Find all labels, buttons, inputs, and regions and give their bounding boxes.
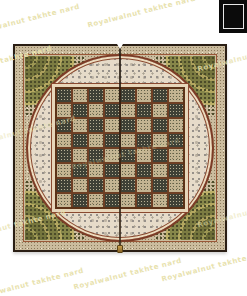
square-a2: [57, 179, 71, 192]
square-e2: [121, 179, 135, 192]
square-a6: [57, 119, 71, 132]
square-d6: [105, 119, 119, 132]
square-f7: [137, 104, 151, 117]
square-c8: [89, 89, 103, 102]
square-c2: [89, 179, 103, 192]
square-b2: [73, 179, 87, 192]
square-a1: [57, 194, 71, 207]
square-e4: [121, 149, 135, 162]
square-g4: [153, 149, 167, 162]
square-c6: [89, 119, 103, 132]
watermark-text: Royalwalnut takhte nard: [161, 249, 247, 284]
square-a4: [57, 149, 71, 162]
square-b4: [73, 149, 87, 162]
square-g7: [153, 104, 167, 117]
square-g5: [153, 134, 167, 147]
square-a8: [57, 89, 71, 102]
watermark-text: Royalwalnut takhte nard: [0, 3, 81, 38]
square-f6: [137, 119, 151, 132]
square-d4: [105, 149, 119, 162]
square-h4: [169, 149, 183, 162]
brand-logo-frame: [223, 4, 244, 29]
square-f1: [137, 194, 151, 207]
square-c1: [89, 194, 103, 207]
square-b7: [73, 104, 87, 117]
square-h1: [169, 194, 183, 207]
square-h8: [169, 89, 183, 102]
watermark-text: Royalwalnut takhte nard: [0, 267, 85, 296]
square-b5: [73, 134, 87, 147]
square-h3: [169, 164, 183, 177]
square-b6: [73, 119, 87, 132]
square-c5: [89, 134, 103, 147]
square-h6: [169, 119, 183, 132]
square-e8: [121, 89, 135, 102]
square-h2: [169, 179, 183, 192]
square-g3: [153, 164, 167, 177]
square-d7: [105, 104, 119, 117]
square-h7: [169, 104, 183, 117]
chess-board-photo: [13, 44, 227, 252]
square-g8: [153, 89, 167, 102]
square-b8: [73, 89, 87, 102]
square-c3: [89, 164, 103, 177]
square-g2: [153, 179, 167, 192]
square-a3: [57, 164, 71, 177]
square-a7: [57, 104, 71, 117]
square-f4: [137, 149, 151, 162]
square-f2: [137, 179, 151, 192]
fold-gap-notch: [117, 44, 123, 49]
square-h5: [169, 134, 183, 147]
square-d3: [105, 164, 119, 177]
watermark-text: Royalwalnut takhte nard: [87, 0, 197, 29]
square-d8: [105, 89, 119, 102]
square-c7: [89, 104, 103, 117]
square-e3: [121, 164, 135, 177]
square-e6: [121, 119, 135, 132]
square-d5: [105, 134, 119, 147]
brand-logo: [219, 0, 247, 33]
product-photo-canvas: Royalwalnut takhte nard Royalwalnut takh…: [0, 0, 247, 296]
square-b3: [73, 164, 87, 177]
square-e5: [121, 134, 135, 147]
brass-clasp: [117, 245, 123, 253]
square-e1: [121, 194, 135, 207]
square-e7: [121, 104, 135, 117]
square-a5: [57, 134, 71, 147]
square-f8: [137, 89, 151, 102]
square-c4: [89, 149, 103, 162]
square-d1: [105, 194, 119, 207]
board-fold-seam: [119, 46, 121, 250]
watermark-text: Royalwalnut takhte nard: [73, 257, 183, 292]
square-b1: [73, 194, 87, 207]
square-f3: [137, 164, 151, 177]
square-d2: [105, 179, 119, 192]
square-g1: [153, 194, 167, 207]
square-f5: [137, 134, 151, 147]
square-g6: [153, 119, 167, 132]
